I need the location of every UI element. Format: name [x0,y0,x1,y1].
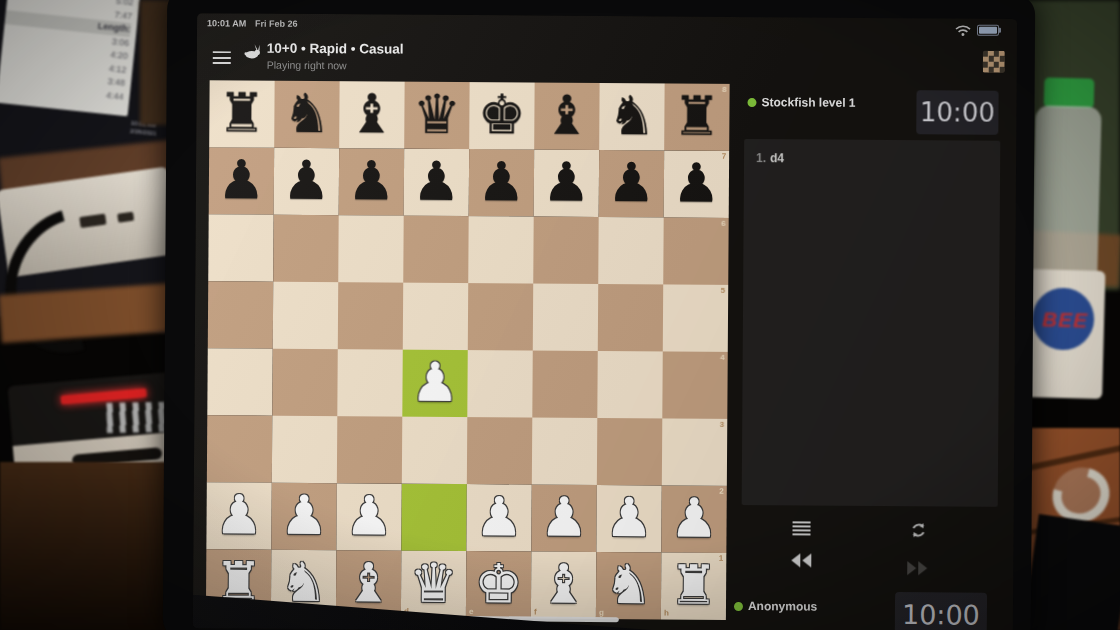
rank-coordinate: 5 [721,287,726,295]
white-pawn[interactable]: ♟ [596,485,661,552]
square-h6[interactable]: 6 [663,217,728,284]
player-top: Stockfish level 1 [747,95,855,110]
square-d3[interactable] [402,417,467,484]
square-g2[interactable]: ♟ [596,485,661,552]
black-pawn[interactable]: ♟ [339,148,404,215]
square-a6[interactable] [208,214,273,281]
square-a2[interactable]: ♟ [206,482,271,549]
square-a5[interactable] [208,281,273,348]
file-coordinate: g [599,609,604,617]
square-a7[interactable]: ♟ [209,147,274,214]
square-b6[interactable] [273,215,338,282]
rank-coordinate: 3 [720,421,725,429]
black-bishop[interactable]: ♝ [534,83,599,150]
flip-board-button[interactable] [909,521,927,539]
file-coordinate: e [469,608,474,616]
monitor-rows: 5:027:47Length:3:064:204:123:484:44 [0,0,134,104]
status-bar-time: 10:01 AM [207,18,246,28]
black-pawn[interactable]: ♟ [534,150,599,217]
white-pawn[interactable]: ♟ [206,482,271,549]
player-top-name: Stockfish level 1 [761,95,855,110]
tablet-screen: 10:01 AM Fri Feb 26 10+0 • Rapid • Casua… [193,13,1017,630]
player-bottom-name: Anonymous [748,599,817,613]
square-b3[interactable] [272,416,337,483]
rank-coordinate: 2 [719,488,724,496]
white-pawn[interactable]: ♟ [271,483,336,550]
online-dot [747,98,756,107]
white-pawn[interactable]: ♟ [402,350,467,417]
rank-coordinate: 8 [722,86,727,94]
square-d1[interactable]: ♛d [401,551,466,618]
square-g6[interactable] [598,217,663,284]
rank-coordinate: 7 [722,153,727,161]
white-pawn[interactable]: ♟ [466,484,531,551]
square-h3[interactable]: 3 [662,418,727,485]
bottle-label: BEE [1024,269,1105,399]
square-c8[interactable]: ♝ [339,81,404,148]
black-queen[interactable]: ♛ [404,82,469,149]
game-status-text: Playing right now [267,59,347,72]
square-e5[interactable] [468,283,533,350]
square-e3[interactable] [467,417,532,484]
square-c2[interactable]: ♟ [336,483,401,550]
rank-coordinate: 6 [721,220,726,228]
square-g5[interactable] [598,284,663,351]
white-bishop[interactable]: ♝ [531,552,596,619]
square-d8[interactable]: ♛ [404,82,469,149]
square-f8[interactable]: ♝ [534,83,599,150]
wifi-icon [955,24,971,36]
square-h1[interactable]: ♜1h [661,552,726,619]
black-pawn[interactable]: ♟ [404,149,469,216]
square-b2[interactable]: ♟ [271,483,336,550]
square-h7[interactable]: ♟7 [664,150,729,217]
menu-hamburger-icon[interactable] [213,51,231,64]
bottle-label-text: BEE [1026,307,1105,333]
square-d5[interactable] [403,283,468,350]
square-a8[interactable]: ♜ [209,80,274,147]
square-b7[interactable]: ♟ [274,148,339,215]
square-f5[interactable] [533,284,598,351]
rapid-rabbit-icon [243,43,261,60]
square-h8[interactable]: ♜8 [664,83,729,150]
black-pawn[interactable]: ♟ [664,150,729,217]
square-e2[interactable]: ♟ [466,484,531,551]
square-a3[interactable] [207,415,272,482]
square-c6[interactable] [338,215,403,282]
square-h4[interactable]: 4 [662,351,727,418]
black-bishop[interactable]: ♝ [339,81,404,148]
square-d2[interactable] [401,484,466,551]
white-pawn[interactable]: ♟ [661,485,726,552]
square-g4[interactable] [597,351,662,418]
move-san[interactable]: d4 [770,151,784,165]
move-list[interactable]: 1.d4 [742,139,1001,507]
black-pawn[interactable]: ♟ [469,149,534,216]
black-king[interactable]: ♚ [469,82,534,149]
black-knight[interactable]: ♞ [599,83,664,150]
move-list-menu-button[interactable] [791,520,811,536]
square-h5[interactable]: 5 [663,284,728,351]
black-knight[interactable]: ♞ [274,81,339,148]
clock-bottom: 10:00 [895,592,987,630]
square-e4[interactable] [467,350,532,417]
square-d6[interactable] [403,216,468,283]
clock-top: 10:00 [916,90,998,135]
white-king[interactable]: ♚ [466,551,531,618]
chess-board[interactable]: ♜♞♝♛♚♝♞♜8♟♟♟♟♟♟♟♟765♟43♟♟♟♟♟♟♟2♜a♞b♝c♛d♚… [206,80,730,620]
square-f1[interactable]: ♝f [531,552,596,619]
rank-coordinate: 4 [720,354,725,362]
white-pawn[interactable]: ♟ [531,485,596,552]
square-f3[interactable] [532,418,597,485]
file-coordinate: f [534,609,537,617]
plastic-bottle: BEE [1024,77,1109,419]
side-monitor-screen: 5:027:47Length:3:064:204:123:484:44 [0,0,140,116]
square-a4[interactable] [207,348,272,415]
online-dot [734,601,743,610]
black-pawn[interactable]: ♟ [599,150,664,217]
square-e1[interactable]: ♚e [466,551,531,618]
square-c5[interactable] [338,282,403,349]
square-b8[interactable]: ♞ [274,81,339,148]
square-g1[interactable]: ♞g [596,552,661,619]
square-d7[interactable]: ♟ [404,149,469,216]
white-queen[interactable]: ♛ [401,551,466,618]
square-d4[interactable]: ♟ [402,350,467,417]
square-h2[interactable]: ♟2 [661,485,726,552]
black-rook[interactable]: ♜ [209,80,274,147]
move-number: 1. [756,151,766,165]
square-f4[interactable] [532,351,597,418]
bottle-cap [1044,77,1095,108]
black-pawn[interactable]: ♟ [274,148,339,215]
player-bottom: Anonymous [734,599,817,614]
file-coordinate: h [664,609,669,617]
rewind-button[interactable] [789,552,813,568]
white-pawn[interactable]: ♟ [336,483,401,550]
square-c3[interactable] [337,416,402,483]
black-rook[interactable]: ♜ [664,83,729,150]
square-b5[interactable] [273,282,338,349]
tablet: 10:01 AM Fri Feb 26 10+0 • Rapid • Casua… [163,0,1036,630]
square-c4[interactable] [337,349,402,416]
square-e7[interactable]: ♟ [469,149,534,216]
square-f6[interactable] [533,217,598,284]
black-pawn[interactable]: ♟ [209,147,274,214]
white-knight[interactable]: ♞ [596,552,661,619]
square-e6[interactable] [468,216,533,283]
board-theme-icon[interactable] [983,51,1005,73]
square-b4[interactable] [272,349,337,416]
square-g7[interactable]: ♟ [599,150,664,217]
dark-foreground [1022,514,1120,630]
square-g3[interactable] [597,418,662,485]
square-c7[interactable]: ♟ [339,148,404,215]
battery-icon [977,25,999,36]
rank-coordinate: 1 [719,555,724,563]
status-bar-date: Fri Feb 26 [255,19,298,29]
square-f7[interactable]: ♟ [534,150,599,217]
game-setup-title: 10+0 • Rapid • Casual [267,41,404,57]
square-g8[interactable]: ♞ [599,83,664,150]
battery-icon [999,28,1001,33]
square-f2[interactable]: ♟ [531,485,596,552]
square-e8[interactable]: ♚ [469,82,534,149]
white-rook[interactable]: ♜ [661,552,726,619]
forward-button[interactable] [905,560,929,576]
